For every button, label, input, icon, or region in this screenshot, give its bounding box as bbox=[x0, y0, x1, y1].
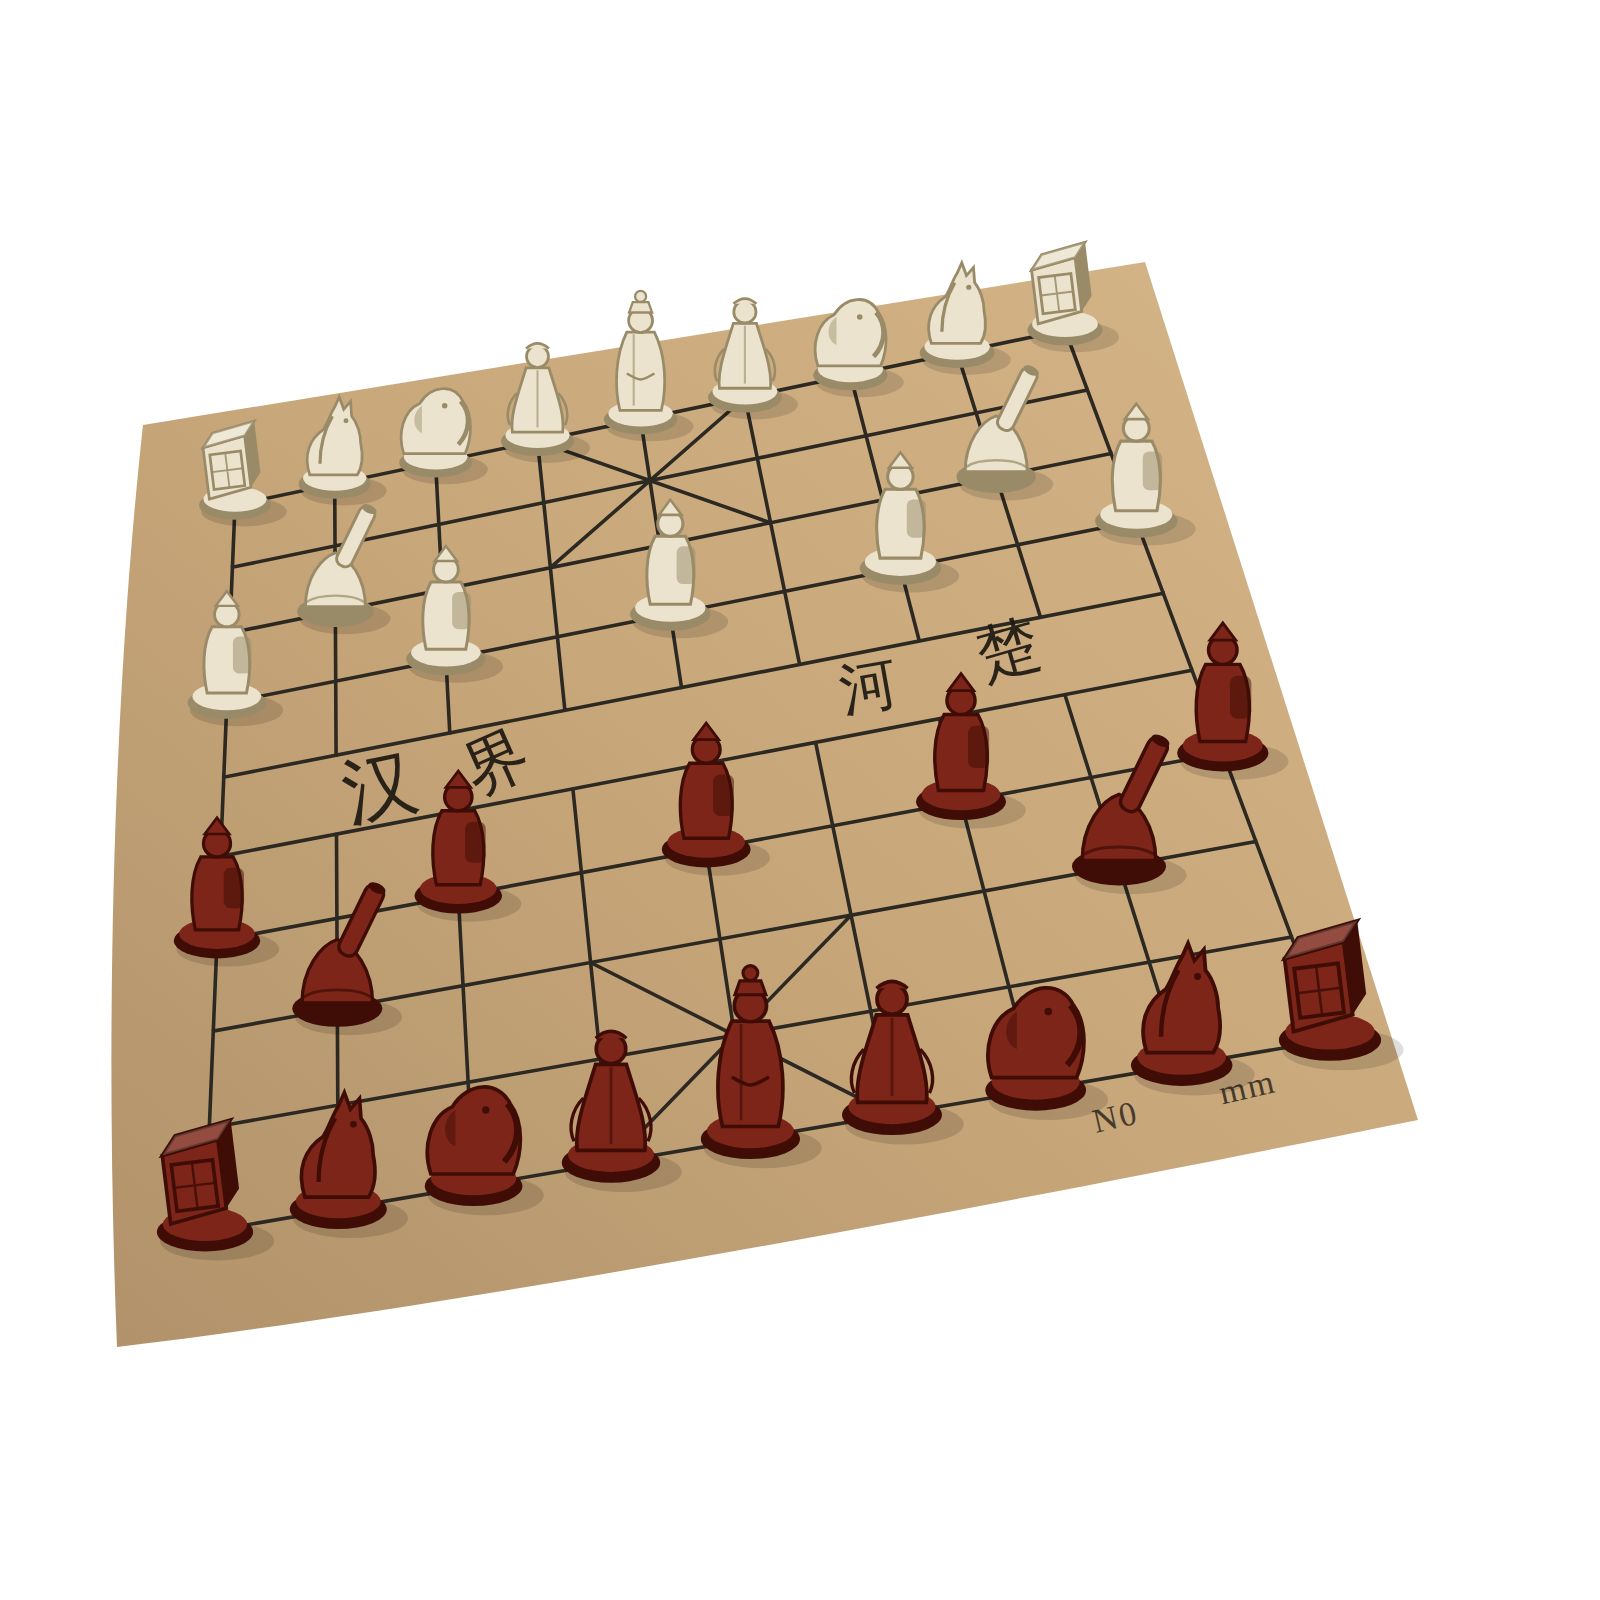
piece-red-chariot-i9[interactable] bbox=[1279, 921, 1404, 1071]
xiangqi-photo-scene: 汉 界 河 楚 N0 mm bbox=[0, 0, 1600, 1600]
xiangqi-board: 汉 界 河 楚 N0 mm bbox=[0, 0, 1600, 1600]
river-char-he: 河 bbox=[834, 650, 902, 724]
